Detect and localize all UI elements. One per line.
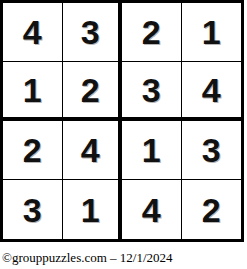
sudoku-cell-r3c2: 4 xyxy=(63,121,123,180)
sudoku-cell-r1c4: 1 xyxy=(182,3,242,62)
sudoku-cell-r4c2: 1 xyxy=(63,180,123,239)
puzzle-page: 4 3 2 1 1 2 3 4 2 4 1 3 3 1 4 2 ©grouppu… xyxy=(0,0,247,269)
sudoku-cell-r3c4: 3 xyxy=(182,121,242,180)
sudoku-cell-r1c2: 3 xyxy=(63,3,123,62)
sudoku-board: 4 3 2 1 1 2 3 4 2 4 1 3 3 1 4 2 xyxy=(0,0,244,242)
sudoku-cell-r1c1: 4 xyxy=(3,3,63,62)
sudoku-cell-r1c3: 2 xyxy=(122,3,182,62)
sudoku-cell-r3c3: 1 xyxy=(122,121,182,180)
sudoku-cell-r2c3: 3 xyxy=(122,62,182,121)
sudoku-cell-r2c1: 1 xyxy=(3,62,63,121)
sudoku-cell-r4c4: 2 xyxy=(182,180,242,239)
sudoku-cell-r4c1: 3 xyxy=(3,180,63,239)
sudoku-cell-r2c4: 4 xyxy=(182,62,242,121)
sudoku-cell-r4c3: 4 xyxy=(122,180,182,239)
sudoku-cell-r2c2: 2 xyxy=(63,62,123,121)
sudoku-cell-r3c1: 2 xyxy=(3,121,63,180)
copyright-credit: ©grouppuzzles.com – 12/1/2024 xyxy=(2,250,173,266)
